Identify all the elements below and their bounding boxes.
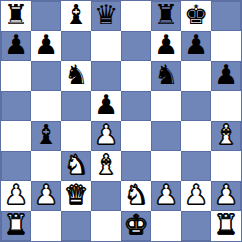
square-d2[interactable] [91, 181, 121, 211]
square-e5[interactable] [121, 91, 151, 121]
chess-board: ♜♝♛♜♚♟♟♟♟♞♞♟♟♝♟♝♞♝♟♟♛♞♟♟♟♜♚♜ [0, 0, 242, 242]
white-bishop-piece[interactable]: ♝ [214, 120, 238, 150]
square-g3[interactable] [181, 151, 211, 181]
square-a7[interactable]: ♟ [1, 31, 31, 61]
white-pawn-piece[interactable]: ♟ [214, 180, 238, 210]
square-h4[interactable]: ♝ [211, 121, 241, 151]
square-h5[interactable] [211, 91, 241, 121]
square-f7[interactable]: ♟ [151, 31, 181, 61]
square-e8[interactable] [121, 1, 151, 31]
square-e2[interactable]: ♞ [121, 181, 151, 211]
square-c3[interactable]: ♞ [61, 151, 91, 181]
square-f4[interactable] [151, 121, 181, 151]
square-d3[interactable]: ♝ [91, 151, 121, 181]
square-g7[interactable]: ♟ [181, 31, 211, 61]
square-h1[interactable]: ♜ [211, 211, 241, 241]
black-rook-piece[interactable]: ♜ [4, 0, 28, 30]
square-c2[interactable]: ♛ [61, 181, 91, 211]
square-f1[interactable] [151, 211, 181, 241]
white-rook-piece[interactable]: ♜ [214, 210, 238, 240]
square-f6[interactable]: ♞ [151, 61, 181, 91]
square-b1[interactable] [31, 211, 61, 241]
square-h3[interactable] [211, 151, 241, 181]
square-c7[interactable] [61, 31, 91, 61]
square-f5[interactable] [151, 91, 181, 121]
square-a5[interactable] [1, 91, 31, 121]
black-pawn-piece[interactable]: ♟ [34, 30, 58, 60]
white-king-piece[interactable]: ♚ [124, 210, 148, 240]
square-a2[interactable]: ♟ [1, 181, 31, 211]
white-bishop-piece[interactable]: ♝ [94, 150, 118, 180]
black-pawn-piece[interactable]: ♟ [214, 60, 238, 90]
square-d7[interactable] [91, 31, 121, 61]
square-c5[interactable] [61, 91, 91, 121]
square-a6[interactable] [1, 61, 31, 91]
square-f3[interactable] [151, 151, 181, 181]
square-b3[interactable] [31, 151, 61, 181]
black-rook-piece[interactable]: ♜ [154, 0, 178, 30]
black-pawn-piece[interactable]: ♟ [4, 30, 28, 60]
square-c8[interactable]: ♝ [61, 1, 91, 31]
square-b7[interactable]: ♟ [31, 31, 61, 61]
white-rook-piece[interactable]: ♜ [4, 210, 28, 240]
square-b8[interactable] [31, 1, 61, 31]
square-e6[interactable] [121, 61, 151, 91]
square-d5[interactable]: ♟ [91, 91, 121, 121]
square-b5[interactable] [31, 91, 61, 121]
black-pawn-piece[interactable]: ♟ [94, 90, 118, 120]
black-bishop-piece[interactable]: ♝ [64, 0, 88, 30]
white-knight-piece[interactable]: ♞ [124, 180, 148, 210]
square-e3[interactable] [121, 151, 151, 181]
black-knight-piece[interactable]: ♞ [154, 60, 178, 90]
square-c1[interactable] [61, 211, 91, 241]
square-g8[interactable]: ♚ [181, 1, 211, 31]
white-pawn-piece[interactable]: ♟ [94, 120, 118, 150]
square-d8[interactable]: ♛ [91, 1, 121, 31]
square-a1[interactable]: ♜ [1, 211, 31, 241]
square-e7[interactable] [121, 31, 151, 61]
square-e4[interactable] [121, 121, 151, 151]
square-b2[interactable]: ♟ [31, 181, 61, 211]
white-pawn-piece[interactable]: ♟ [154, 180, 178, 210]
white-pawn-piece[interactable]: ♟ [4, 180, 28, 210]
white-queen-piece[interactable]: ♛ [64, 180, 88, 210]
square-g6[interactable] [181, 61, 211, 91]
square-c6[interactable]: ♞ [61, 61, 91, 91]
square-e1[interactable]: ♚ [121, 211, 151, 241]
square-a8[interactable]: ♜ [1, 1, 31, 31]
square-b4[interactable]: ♝ [31, 121, 61, 151]
square-d6[interactable] [91, 61, 121, 91]
square-h8[interactable] [211, 1, 241, 31]
black-king-piece[interactable]: ♚ [184, 0, 208, 30]
square-a4[interactable] [1, 121, 31, 151]
black-bishop-piece[interactable]: ♝ [34, 120, 58, 150]
square-g2[interactable]: ♟ [181, 181, 211, 211]
black-knight-piece[interactable]: ♞ [64, 60, 88, 90]
white-pawn-piece[interactable]: ♟ [184, 180, 208, 210]
square-g5[interactable] [181, 91, 211, 121]
square-h2[interactable]: ♟ [211, 181, 241, 211]
square-f2[interactable]: ♟ [151, 181, 181, 211]
square-g1[interactable] [181, 211, 211, 241]
square-h7[interactable] [211, 31, 241, 61]
square-h6[interactable]: ♟ [211, 61, 241, 91]
black-pawn-piece[interactable]: ♟ [184, 30, 208, 60]
square-g4[interactable] [181, 121, 211, 151]
square-d4[interactable]: ♟ [91, 121, 121, 151]
white-knight-piece[interactable]: ♞ [64, 150, 88, 180]
square-a3[interactable] [1, 151, 31, 181]
white-pawn-piece[interactable]: ♟ [34, 180, 58, 210]
square-f8[interactable]: ♜ [151, 1, 181, 31]
square-c4[interactable] [61, 121, 91, 151]
black-queen-piece[interactable]: ♛ [94, 0, 118, 30]
black-pawn-piece[interactable]: ♟ [154, 30, 178, 60]
square-b6[interactable] [31, 61, 61, 91]
square-d1[interactable] [91, 211, 121, 241]
